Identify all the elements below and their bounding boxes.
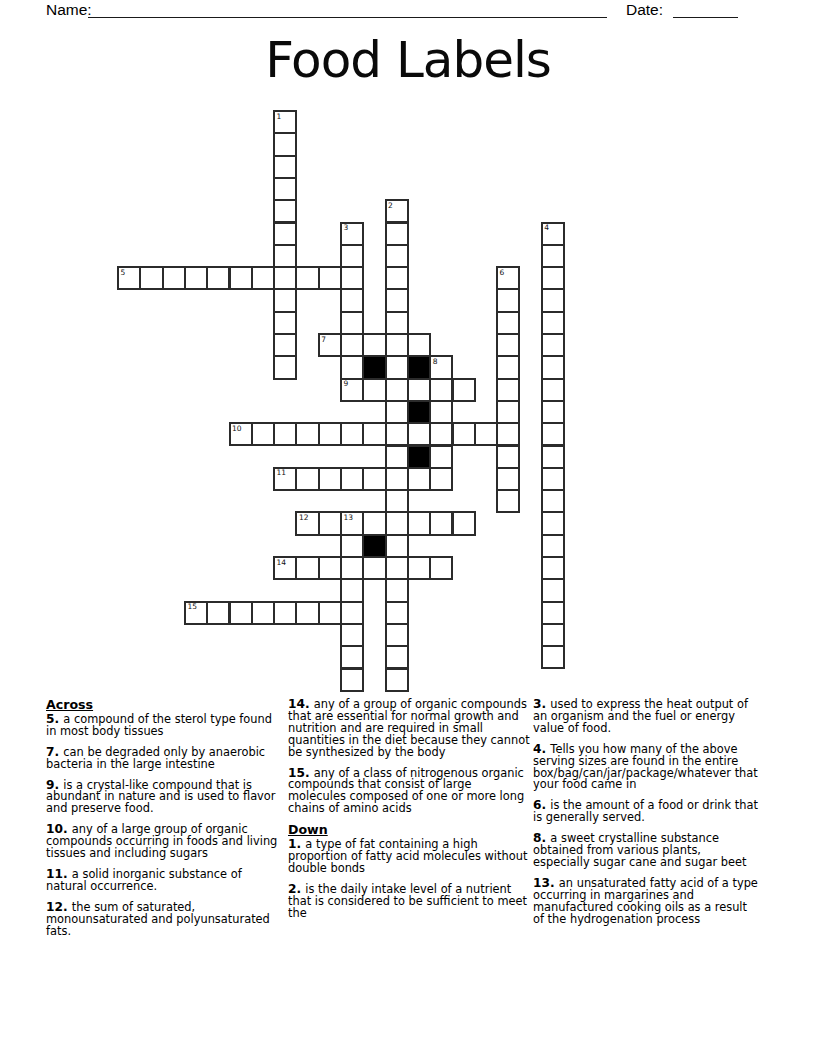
grid-cell[interactable] — [496, 378, 520, 402]
grid-cell[interactable] — [385, 355, 409, 379]
down-header: Down — [288, 824, 530, 836]
grid-cell[interactable] — [273, 601, 297, 625]
grid-cell[interactable] — [362, 467, 386, 491]
grid-cell[interactable] — [362, 556, 386, 580]
cell-number: 11 — [277, 469, 287, 477]
cell-number: 6 — [500, 269, 505, 277]
grid-cell[interactable] — [273, 222, 297, 246]
grid-cell[interactable] — [541, 578, 565, 602]
grid-cell[interactable] — [206, 601, 230, 625]
clue-text: a sweet crystalline substance obtained f… — [533, 831, 746, 869]
grid-cell[interactable] — [496, 489, 520, 513]
grid-cell[interactable] — [295, 601, 319, 625]
grid-cell[interactable] — [452, 378, 476, 402]
grid-cell[interactable] — [385, 489, 409, 513]
grid-cell[interactable] — [385, 578, 409, 602]
grid-cell[interactable] — [385, 400, 409, 424]
clue-item: 2. is the daily intake level of a nutrie… — [288, 884, 530, 920]
grid-cell[interactable] — [541, 489, 565, 513]
grid-cell[interactable] — [541, 467, 565, 491]
grid-cell[interactable] — [340, 601, 364, 625]
worksheet-page: Name: Date: Food Labels 1234567891011121… — [0, 0, 816, 1056]
grid-cell[interactable] — [340, 311, 364, 335]
grid-cell[interactable] — [139, 266, 163, 290]
cell-number: 1 — [277, 113, 282, 121]
clue-text: a solid inorganic substance of natural o… — [46, 867, 242, 893]
clue-item: 12. the sum of saturated, monounsaturate… — [46, 902, 283, 938]
cell-number: 15 — [187, 603, 197, 611]
clue-item: 11. a solid inorganic substance of natur… — [46, 869, 283, 893]
grid-cell[interactable] — [496, 445, 520, 469]
cell-number: 4 — [544, 224, 549, 232]
grid-cell[interactable] — [385, 601, 409, 625]
blocked-cell — [362, 355, 386, 379]
grid-cell[interactable] — [340, 266, 364, 290]
grid-cell[interactable] — [541, 288, 565, 312]
grid-cell[interactable] — [407, 378, 431, 402]
grid-cell[interactable] — [251, 601, 275, 625]
clue-item: 7. can be degraded only by anaerobic bac… — [46, 747, 283, 771]
blocked-cell — [407, 400, 431, 424]
grid-cell[interactable] — [541, 333, 565, 357]
date-line[interactable] — [673, 2, 738, 18]
clue-item: 14. any of a group of organic compounds … — [288, 699, 530, 759]
grid-cell[interactable] — [362, 333, 386, 357]
grid-cell[interactable] — [385, 534, 409, 558]
clue-text: used to express the heat output of an or… — [533, 697, 748, 735]
name-label: Name: — [46, 1, 92, 19]
grid-cell[interactable] — [407, 467, 431, 491]
grid-cell[interactable] — [206, 266, 230, 290]
clue-column: 3. used to express the heat output of an… — [533, 699, 761, 935]
grid-cell[interactable] — [295, 266, 319, 290]
blocked-cell — [362, 534, 386, 558]
clue-text: a compound of the sterol type found in m… — [46, 712, 272, 738]
grid-cell[interactable] — [385, 378, 409, 402]
clue-text: is the amount of a food or drink that is… — [533, 798, 758, 824]
grid-cell[interactable] — [340, 288, 364, 312]
grid-cell[interactable] — [295, 422, 319, 446]
grid-cell[interactable] — [385, 311, 409, 335]
grid-cell[interactable] — [340, 467, 364, 491]
grid-cell[interactable] — [541, 601, 565, 625]
clue-item: 4. Tells you how many of the above servi… — [533, 744, 761, 792]
grid-cell[interactable] — [496, 288, 520, 312]
grid-cell[interactable] — [340, 645, 364, 669]
grid-cell[interactable] — [273, 355, 297, 379]
grid-cell[interactable] — [385, 511, 409, 535]
grid-cell[interactable] — [541, 445, 565, 469]
grid-cell[interactable] — [251, 266, 275, 290]
grid-cell[interactable] — [273, 155, 297, 179]
clue-text: can be degraded only by anaerobic bacter… — [46, 745, 265, 771]
grid-cell[interactable] — [318, 422, 342, 446]
grid-cell[interactable] — [340, 355, 364, 379]
grid-cell[interactable] — [273, 288, 297, 312]
grid-cell[interactable] — [385, 288, 409, 312]
grid-cell[interactable] — [429, 511, 453, 535]
clue-column: 14. any of a group of organic compounds … — [288, 699, 530, 929]
cell-number: 13 — [344, 514, 354, 522]
grid-cell[interactable] — [273, 266, 297, 290]
grid-cell[interactable] — [541, 266, 565, 290]
cell-number: 12 — [299, 514, 309, 522]
grid-cell[interactable] — [407, 422, 431, 446]
grid-cell[interactable] — [385, 623, 409, 647]
grid-cell[interactable] — [318, 556, 342, 580]
grid-cell[interactable] — [295, 556, 319, 580]
cell-number: 3 — [344, 224, 349, 232]
grid-cell[interactable] — [340, 422, 364, 446]
grid-cell[interactable] — [541, 623, 565, 647]
date-label: Date: — [626, 1, 663, 19]
cell-number: 9 — [344, 380, 349, 388]
clue-text: is the daily intake level of a nutrient … — [288, 882, 527, 920]
grid-cell[interactable] — [429, 445, 453, 469]
grid-cell[interactable] — [273, 177, 297, 201]
name-line[interactable] — [88, 2, 607, 18]
grid-cell[interactable] — [362, 422, 386, 446]
grid-cell[interactable] — [407, 511, 431, 535]
grid-cell[interactable] — [362, 511, 386, 535]
grid-cell[interactable] — [385, 668, 409, 692]
blocked-cell — [407, 445, 431, 469]
clue-item: 10. any of a large group of organic comp… — [46, 824, 283, 860]
grid-cell[interactable] — [295, 467, 319, 491]
grid-cell[interactable] — [496, 422, 520, 446]
blocked-cell — [407, 355, 431, 379]
clue-item: 15. any of a class of nitrogenous organi… — [288, 768, 530, 816]
grid-cell[interactable] — [429, 422, 453, 446]
grid-cell[interactable] — [429, 556, 453, 580]
grid-cell[interactable] — [273, 333, 297, 357]
grid-cell[interactable] — [385, 222, 409, 246]
grid-cell[interactable] — [273, 311, 297, 335]
clue-text: any of a class of nitrogenous organic co… — [288, 766, 524, 816]
grid-cell[interactable] — [541, 422, 565, 446]
grid-cell[interactable] — [184, 266, 208, 290]
clue-item: 9. is a crystal-like compound that is ab… — [46, 780, 283, 816]
grid-cell[interactable] — [452, 511, 476, 535]
grid-cell[interactable] — [229, 601, 253, 625]
clue-item: 1. a type of fat containing a high propo… — [288, 839, 530, 875]
grid-cell[interactable] — [340, 534, 364, 558]
clue-text: any of a large group of organic compound… — [46, 822, 277, 860]
clue-item: 13. an unsaturated fatty acid of a type … — [533, 878, 761, 926]
grid-cell[interactable] — [407, 556, 431, 580]
grid-cell[interactable] — [429, 378, 453, 402]
grid-cell[interactable] — [340, 244, 364, 268]
grid-cell[interactable] — [474, 422, 498, 446]
clue-text: a type of fat containing a high proporti… — [288, 837, 527, 875]
grid-cell[interactable] — [541, 511, 565, 535]
grid-cell[interactable] — [452, 422, 476, 446]
cell-number: 2 — [388, 202, 393, 210]
clue-text: Tells you how many of the above serving … — [533, 742, 758, 792]
grid-cell[interactable] — [162, 266, 186, 290]
grid-cell[interactable] — [541, 534, 565, 558]
grid-cell[interactable] — [541, 645, 565, 669]
grid-cell[interactable] — [318, 266, 342, 290]
grid-cell[interactable] — [496, 333, 520, 357]
clue-column: Across5. a compound of the sterol type f… — [46, 699, 283, 947]
across-header: Across — [46, 699, 283, 711]
cell-number: 7 — [321, 336, 326, 344]
grid-cell[interactable] — [496, 467, 520, 491]
grid-cell[interactable] — [385, 333, 409, 357]
cell-number: 5 — [121, 269, 126, 277]
cell-number: 10 — [232, 425, 242, 433]
crossword-grid: 123456789101112131415 — [117, 110, 717, 710]
grid-cell[interactable] — [362, 378, 386, 402]
clue-text: any of a group of organic compounds that… — [288, 697, 530, 759]
grid-cell[interactable] — [541, 556, 565, 580]
clue-text: the sum of saturated, monounsaturated an… — [46, 900, 270, 938]
clue-text: is a crystal-like compound that is abund… — [46, 778, 276, 816]
grid-cell[interactable] — [318, 467, 342, 491]
grid-cell[interactable] — [251, 422, 275, 446]
clue-item: 6. is the amount of a food or drink that… — [533, 800, 761, 824]
grid-cell[interactable] — [273, 132, 297, 156]
grid-cell[interactable] — [273, 244, 297, 268]
puzzle-title: Food Labels — [0, 31, 816, 89]
grid-cell[interactable] — [541, 355, 565, 379]
grid-cell[interactable] — [385, 422, 409, 446]
clue-text: an unsaturated fatty acid of a type occu… — [533, 876, 758, 926]
grid-cell[interactable] — [429, 467, 453, 491]
grid-cell[interactable] — [541, 311, 565, 335]
clue-item: 3. used to express the heat output of an… — [533, 699, 761, 735]
grid-cell[interactable] — [496, 400, 520, 424]
grid-cell[interactable] — [541, 244, 565, 268]
grid-cell[interactable] — [385, 645, 409, 669]
grid-cell[interactable] — [340, 578, 364, 602]
grid-cell[interactable] — [429, 400, 453, 424]
grid-cell[interactable] — [496, 355, 520, 379]
clue-item: 5. a compound of the sterol type found i… — [46, 714, 283, 738]
clue-item: 8. a sweet crystalline substance obtaine… — [533, 833, 761, 869]
grid-cell[interactable] — [541, 400, 565, 424]
grid-cell[interactable] — [496, 311, 520, 335]
grid-cell[interactable] — [385, 445, 409, 469]
cell-number: 8 — [433, 358, 438, 366]
grid-cell[interactable] — [407, 333, 431, 357]
grid-cell[interactable] — [340, 623, 364, 647]
grid-cell[interactable] — [273, 199, 297, 223]
grid-cell[interactable] — [385, 244, 409, 268]
cell-number: 14 — [277, 559, 287, 567]
grid-cell[interactable] — [318, 601, 342, 625]
grid-cell[interactable] — [229, 266, 253, 290]
grid-cell[interactable] — [385, 467, 409, 491]
grid-cell[interactable] — [340, 333, 364, 357]
grid-cell[interactable] — [541, 378, 565, 402]
grid-cell[interactable] — [340, 668, 364, 692]
grid-cell[interactable] — [318, 511, 342, 535]
grid-cell[interactable] — [340, 556, 364, 580]
grid-cell[interactable] — [385, 556, 409, 580]
grid-cell[interactable] — [385, 266, 409, 290]
grid-cell[interactable] — [273, 422, 297, 446]
